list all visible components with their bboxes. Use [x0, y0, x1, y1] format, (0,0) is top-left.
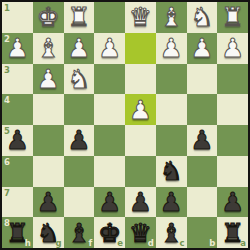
square-f1[interactable]: ♜: [64, 2, 95, 33]
rank-label-6: 6: [4, 158, 10, 167]
square-d6[interactable]: [125, 156, 156, 187]
square-d8[interactable]: d♛: [125, 217, 156, 248]
white-pawn[interactable]: ♟: [217, 33, 248, 64]
rank-label-1: 1: [4, 4, 10, 13]
square-b8[interactable]: b: [187, 217, 218, 248]
square-b2[interactable]: ♟: [187, 33, 218, 64]
square-f7[interactable]: [64, 187, 95, 218]
square-f4[interactable]: [64, 94, 95, 125]
black-king[interactable]: ♚: [94, 217, 125, 248]
square-c3[interactable]: [156, 64, 187, 95]
black-pawn[interactable]: ♟: [217, 187, 248, 218]
square-a6[interactable]: [217, 156, 248, 187]
square-f8[interactable]: f♝: [64, 217, 95, 248]
black-knight[interactable]: ♞: [156, 156, 187, 187]
square-d4[interactable]: ♟: [125, 94, 156, 125]
square-a7[interactable]: ♟: [217, 187, 248, 218]
square-c4[interactable]: [156, 94, 187, 125]
square-g3[interactable]: ♟: [33, 64, 64, 95]
white-queen[interactable]: ♛: [125, 2, 156, 33]
black-rook[interactable]: ♜: [2, 217, 33, 248]
square-g6[interactable]: [33, 156, 64, 187]
square-e6[interactable]: [94, 156, 125, 187]
black-pawn[interactable]: ♟: [33, 187, 64, 218]
white-bishop[interactable]: ♝: [33, 33, 64, 64]
white-pawn[interactable]: ♟: [94, 33, 125, 64]
square-e8[interactable]: e♚: [94, 217, 125, 248]
square-a4[interactable]: [217, 94, 248, 125]
square-d7[interactable]: ♟: [125, 187, 156, 218]
chessboard-screenshot: 1♚♜♛♝♞♜2♟♝♟♟♟♟♟3♟♞4♟5♟♟♟6♞7♟♟♟♟♟8h♜g♞f♝e…: [0, 0, 250, 250]
square-a3[interactable]: [217, 64, 248, 95]
square-h7[interactable]: 7: [2, 187, 33, 218]
square-h5[interactable]: 5♟: [2, 125, 33, 156]
square-e5[interactable]: [94, 125, 125, 156]
white-rook[interactable]: ♜: [217, 2, 248, 33]
square-c2[interactable]: ♟: [156, 33, 187, 64]
square-e2[interactable]: ♟: [94, 33, 125, 64]
square-g8[interactable]: g♞: [33, 217, 64, 248]
square-c8[interactable]: c♝: [156, 217, 187, 248]
black-rook[interactable]: ♜: [217, 217, 248, 248]
square-f5[interactable]: ♟: [64, 125, 95, 156]
square-h1[interactable]: 1: [2, 2, 33, 33]
white-bishop[interactable]: ♝: [156, 2, 187, 33]
square-g5[interactable]: [33, 125, 64, 156]
black-bishop[interactable]: ♝: [64, 217, 95, 248]
black-pawn[interactable]: ♟: [2, 125, 33, 156]
black-queen[interactable]: ♛: [125, 217, 156, 248]
black-pawn[interactable]: ♟: [187, 125, 218, 156]
square-b4[interactable]: [187, 94, 218, 125]
white-pawn[interactable]: ♟: [64, 33, 95, 64]
square-h6[interactable]: 6: [2, 156, 33, 187]
white-pawn[interactable]: ♟: [33, 64, 64, 95]
white-knight[interactable]: ♞: [64, 64, 95, 95]
rank-label-4: 4: [4, 96, 10, 105]
black-pawn[interactable]: ♟: [64, 125, 95, 156]
square-d3[interactable]: [125, 64, 156, 95]
white-rook[interactable]: ♜: [64, 2, 95, 33]
white-king[interactable]: ♚: [33, 2, 64, 33]
square-h8[interactable]: 8h♜: [2, 217, 33, 248]
square-a2[interactable]: ♟: [217, 33, 248, 64]
square-a8[interactable]: a♜: [217, 217, 248, 248]
square-e3[interactable]: [94, 64, 125, 95]
black-knight[interactable]: ♞: [33, 217, 64, 248]
square-g4[interactable]: [33, 94, 64, 125]
black-pawn[interactable]: ♟: [156, 187, 187, 218]
square-e4[interactable]: [94, 94, 125, 125]
black-pawn[interactable]: ♟: [94, 187, 125, 218]
square-h3[interactable]: 3: [2, 64, 33, 95]
square-b3[interactable]: [187, 64, 218, 95]
square-b1[interactable]: ♞: [187, 2, 218, 33]
black-pawn[interactable]: ♟: [125, 187, 156, 218]
square-f3[interactable]: ♞: [64, 64, 95, 95]
square-b7[interactable]: [187, 187, 218, 218]
file-label-b: b: [209, 239, 215, 248]
square-b5[interactable]: ♟: [187, 125, 218, 156]
rank-label-3: 3: [4, 66, 10, 75]
chess-board: 1♚♜♛♝♞♜2♟♝♟♟♟♟♟3♟♞4♟5♟♟♟6♞7♟♟♟♟♟8h♜g♞f♝e…: [0, 0, 250, 250]
black-bishop[interactable]: ♝: [156, 217, 187, 248]
white-knight[interactable]: ♞: [187, 2, 218, 33]
square-a1[interactable]: ♜: [217, 2, 248, 33]
square-c6[interactable]: ♞: [156, 156, 187, 187]
square-c7[interactable]: ♟: [156, 187, 187, 218]
square-e7[interactable]: ♟: [94, 187, 125, 218]
rank-label-7: 7: [4, 189, 10, 198]
square-d5[interactable]: [125, 125, 156, 156]
white-pawn[interactable]: ♟: [2, 33, 33, 64]
square-d2[interactable]: [125, 33, 156, 64]
square-b6[interactable]: [187, 156, 218, 187]
square-g7[interactable]: ♟: [33, 187, 64, 218]
square-g1[interactable]: ♚: [33, 2, 64, 33]
white-pawn[interactable]: ♟: [125, 94, 156, 125]
square-a5[interactable]: [217, 125, 248, 156]
square-f6[interactable]: [64, 156, 95, 187]
square-d1[interactable]: ♛: [125, 2, 156, 33]
square-h2[interactable]: 2♟: [2, 33, 33, 64]
square-c5[interactable]: [156, 125, 187, 156]
square-c1[interactable]: ♝: [156, 2, 187, 33]
white-pawn[interactable]: ♟: [156, 33, 187, 64]
white-pawn[interactable]: ♟: [187, 33, 218, 64]
square-f2[interactable]: ♟: [64, 33, 95, 64]
square-h4[interactable]: 4: [2, 94, 33, 125]
square-e1[interactable]: [94, 2, 125, 33]
square-g2[interactable]: ♝: [33, 33, 64, 64]
